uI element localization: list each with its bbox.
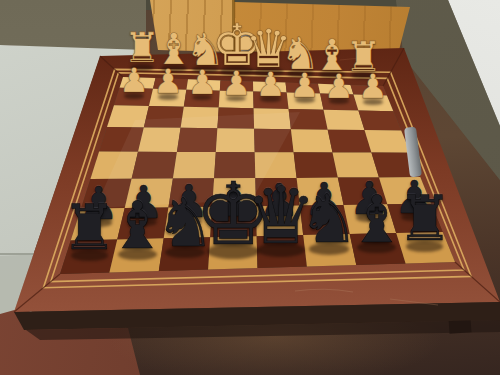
piece-black-rook[interactable]: ♜ [387,188,462,250]
photo-scene: ♜♝♞♚♛♞♝♜♟♟♟♟♟♟♟♟♟♟♟♟♟♟♟♟♜♝♞♚♛♞♝♜ [0,0,500,375]
piece-white-pawn[interactable]: ♟ [353,70,393,104]
pieces-layer: ♜♝♞♚♛♞♝♜♟♟♟♟♟♟♟♟♟♟♟♟♟♟♟♟♜♝♞♚♛♞♝♜ [0,0,500,375]
